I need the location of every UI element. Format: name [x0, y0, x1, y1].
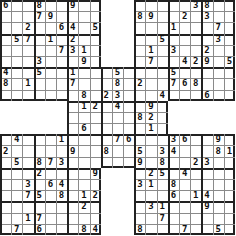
cell-r3-c13[interactable] — [134, 22, 145, 33]
cell-r10-c6 — [56, 101, 67, 112]
cell-r11-c10[interactable] — [101, 112, 112, 123]
cell-r4-c4[interactable] — [34, 34, 45, 45]
cell-r16-c3[interactable] — [22, 168, 33, 179]
cell-r5-c13[interactable] — [134, 45, 145, 56]
cell-r12-c9[interactable] — [90, 123, 101, 134]
given-digit-r2-c13: 8 — [134, 11, 145, 22]
cell-r14-c2[interactable] — [11, 145, 22, 156]
cell-r5-c15[interactable] — [157, 45, 168, 56]
cell-r20-c13[interactable] — [134, 213, 145, 224]
cell-r2-c7[interactable] — [67, 11, 78, 22]
cell-r13-c3[interactable] — [22, 134, 33, 145]
given-digit-r14-c15: 3 — [157, 145, 168, 156]
cell-r7-c10[interactable] — [101, 67, 112, 78]
cell-r17-c4[interactable] — [34, 179, 45, 190]
cell-r7-c14[interactable] — [145, 67, 156, 78]
cell-r16-c5[interactable] — [45, 168, 56, 179]
cell-r17-c19[interactable] — [201, 179, 212, 190]
cell-r19-c6[interactable] — [56, 201, 67, 212]
cell-r19-c3[interactable] — [22, 201, 33, 212]
cell-r13-c4[interactable] — [34, 134, 45, 145]
cell-r1-c16[interactable] — [168, 0, 179, 11]
given-digit-r10-c8: 1 — [78, 101, 89, 112]
cell-r7-c17[interactable] — [179, 67, 190, 78]
cell-r10-c10[interactable] — [101, 101, 112, 112]
cell-r16-c7[interactable] — [67, 168, 78, 179]
cell-r9-c13[interactable] — [134, 90, 145, 101]
cell-r1-c6[interactable] — [56, 0, 67, 11]
cell-r8-c4[interactable] — [34, 78, 45, 89]
cell-r18-c2[interactable] — [11, 190, 22, 201]
cell-r1-c9[interactable] — [90, 0, 101, 11]
cell-r11-c8[interactable] — [78, 112, 89, 123]
cell-r15-c20[interactable] — [213, 157, 224, 168]
cell-r15-c12[interactable] — [123, 157, 134, 168]
cell-r13-c5[interactable] — [45, 134, 56, 145]
cell-r10-c15[interactable] — [157, 101, 168, 112]
cell-r19-c18[interactable] — [190, 201, 201, 212]
cell-r3-c10 — [101, 22, 112, 33]
cell-r4-c13[interactable] — [134, 34, 145, 45]
cell-r18-c21[interactable] — [224, 190, 235, 201]
cell-r1-c14[interactable] — [145, 0, 156, 11]
cell-r9-c2[interactable] — [11, 90, 22, 101]
cell-r21-c6[interactable] — [56, 224, 67, 235]
cell-r19-c16[interactable] — [168, 201, 179, 212]
cell-r9-c12[interactable] — [123, 90, 134, 101]
cell-r6-c20[interactable] — [213, 56, 224, 67]
cell-r20-c8[interactable] — [78, 213, 89, 224]
cell-r21-c12 — [123, 224, 134, 235]
cell-r11-c11[interactable] — [112, 112, 123, 123]
cell-r7-c12[interactable] — [123, 67, 134, 78]
cell-r17-c2[interactable] — [11, 179, 22, 190]
cell-r5-c1[interactable] — [0, 45, 11, 56]
cell-r8-c21[interactable] — [224, 78, 235, 89]
cell-r14-c6[interactable] — [56, 145, 67, 156]
cell-r4-c21[interactable] — [224, 34, 235, 45]
given-digit-r21-c20: 5 — [213, 224, 224, 235]
cell-r11-c4 — [34, 112, 45, 123]
cell-r11-c7[interactable] — [67, 112, 78, 123]
cell-r12-c7[interactable] — [67, 123, 78, 134]
cell-r3-c18[interactable] — [190, 22, 201, 33]
cell-r14-c17[interactable] — [179, 145, 190, 156]
cell-r9-c7[interactable] — [67, 90, 78, 101]
cell-r12-c10[interactable] — [101, 123, 112, 134]
cell-r18-c14[interactable] — [145, 190, 156, 201]
cell-r1-c13[interactable] — [134, 0, 145, 11]
samurai-sudoku-page: 6893879892326451757125373113239742954515… — [0, 0, 236, 236]
cell-r4-c8[interactable] — [78, 34, 89, 45]
cell-r1-c8[interactable] — [78, 0, 89, 11]
cell-r15-c16[interactable] — [168, 157, 179, 168]
given-digit-r17-c3: 3 — [22, 179, 33, 190]
cell-r9-c4[interactable] — [34, 90, 45, 101]
cell-r21-c19[interactable] — [201, 224, 212, 235]
cell-r18-c10 — [101, 190, 112, 201]
cell-r13-c15[interactable] — [157, 134, 168, 145]
cell-r18-c5[interactable] — [45, 190, 56, 201]
given-digit-r5-c8: 1 — [78, 45, 89, 56]
cell-r14-c11[interactable] — [112, 145, 123, 156]
cell-r5-c18[interactable] — [190, 45, 201, 56]
cell-r13-c14[interactable] — [145, 134, 156, 145]
cell-r20-c7[interactable] — [67, 213, 78, 224]
cell-r2-c3[interactable] — [22, 11, 33, 22]
cell-r21-c5[interactable] — [45, 224, 56, 235]
cell-r21-c1[interactable] — [0, 224, 11, 235]
cell-r3-c21[interactable] — [224, 22, 235, 33]
cell-r18-c1[interactable] — [0, 190, 11, 201]
cell-r18-c15[interactable] — [157, 190, 168, 201]
cell-r2-c20[interactable] — [213, 11, 224, 22]
cell-r14-c3[interactable] — [22, 145, 33, 156]
cell-r14-c8[interactable] — [78, 145, 89, 156]
given-digit-r8-c7: 7 — [67, 78, 78, 89]
cell-r1-c3[interactable] — [22, 0, 33, 11]
cell-r7-c19[interactable] — [201, 67, 212, 78]
cell-r8-c9[interactable] — [90, 78, 101, 89]
cell-r3-c15[interactable] — [157, 22, 168, 33]
cell-r19-c2[interactable] — [11, 201, 22, 212]
cell-r5-c20[interactable] — [213, 45, 224, 56]
cell-r7-c18[interactable] — [190, 67, 201, 78]
cell-r20-c20[interactable] — [213, 213, 224, 224]
given-digit-r8-c16: 7 — [168, 78, 179, 89]
cell-r16-c21[interactable] — [224, 168, 235, 179]
cell-r16-c13[interactable] — [134, 168, 145, 179]
given-digit-r9-c19: 6 — [201, 90, 212, 101]
cell-r7-c13[interactable] — [134, 67, 145, 78]
cell-r4-c1[interactable] — [0, 34, 11, 45]
cell-r6-c10 — [101, 56, 112, 67]
cell-r16-c20[interactable] — [213, 168, 224, 179]
cell-r19-c11 — [112, 201, 123, 212]
cell-r7-c3[interactable] — [22, 67, 33, 78]
given-digit-r6-c14: 7 — [145, 56, 156, 67]
cell-r2-c12 — [123, 11, 134, 22]
cell-r3-c4[interactable] — [34, 22, 45, 33]
cell-r9-c5[interactable] — [45, 90, 56, 101]
cell-r20-c5[interactable] — [45, 213, 56, 224]
cell-r8-c5[interactable] — [45, 78, 56, 89]
cell-r9-c21[interactable] — [224, 90, 235, 101]
cell-r11-c15[interactable] — [157, 112, 168, 123]
cell-r18-c17[interactable] — [179, 190, 190, 201]
cell-r17-c9[interactable] — [90, 179, 101, 190]
cell-r19-c1[interactable] — [0, 201, 11, 212]
given-digit-r20-c4: 7 — [34, 213, 45, 224]
given-digit-r15-c13: 9 — [134, 157, 145, 168]
cell-r6-c2[interactable] — [11, 56, 22, 67]
cell-r20-c18[interactable] — [190, 213, 201, 224]
cell-r11-c17 — [179, 112, 190, 123]
cell-r21-c16[interactable] — [168, 224, 179, 235]
given-digit-r18-c8: 1 — [78, 190, 89, 201]
cell-r10-c3 — [22, 101, 33, 112]
cell-r12-c18 — [190, 123, 201, 134]
cell-r1-c15[interactable] — [157, 0, 168, 11]
cell-r12-c16 — [168, 123, 179, 134]
cell-r17-c21[interactable] — [224, 179, 235, 190]
cell-r12-c2 — [11, 123, 22, 134]
cell-r16-c8[interactable] — [78, 168, 89, 179]
cell-r12-c20 — [213, 123, 224, 134]
cell-r13-c10[interactable] — [101, 134, 112, 145]
cell-r17-c1[interactable] — [0, 179, 11, 190]
cell-r4-c6[interactable] — [56, 34, 67, 45]
cell-r7-c20[interactable] — [213, 67, 224, 78]
cell-r2-c1[interactable] — [0, 11, 11, 22]
cell-r8-c8[interactable] — [78, 78, 89, 89]
cell-r9-c9[interactable] — [90, 90, 101, 101]
cell-r7-c8[interactable] — [78, 67, 89, 78]
cell-r7-c2[interactable] — [11, 67, 22, 78]
cell-r15-c10[interactable] — [101, 157, 112, 168]
cell-r8-c10[interactable] — [101, 78, 112, 89]
cell-r15-c21[interactable] — [224, 157, 235, 168]
cell-r16-c1[interactable] — [0, 168, 11, 179]
cell-r5-c4[interactable] — [34, 45, 45, 56]
cell-r6-c7[interactable] — [67, 56, 78, 67]
cell-r19-c20[interactable] — [213, 201, 224, 212]
cell-r18-c20[interactable] — [213, 190, 224, 201]
cell-r3-c12 — [123, 22, 134, 33]
given-digit-r9-c11: 3 — [112, 90, 123, 101]
cell-r15-c3[interactable] — [22, 157, 33, 168]
cell-r14-c19[interactable] — [201, 145, 212, 156]
given-digit-r13-c2: 4 — [11, 134, 22, 145]
cell-r4-c14[interactable] — [145, 34, 156, 45]
cell-r16-c12 — [123, 168, 134, 179]
cell-r20-c16[interactable] — [168, 213, 179, 224]
cell-r21-c18[interactable] — [190, 224, 201, 235]
cell-r7-c21[interactable] — [224, 67, 235, 78]
cell-r13-c1[interactable] — [0, 134, 11, 145]
given-digit-r15-c5: 7 — [45, 157, 56, 168]
cell-r20-c14[interactable] — [145, 213, 156, 224]
cell-r19-c17[interactable] — [179, 201, 190, 212]
cell-r7-c6[interactable] — [56, 67, 67, 78]
cell-r6-c15[interactable] — [157, 56, 168, 67]
cell-r20-c2[interactable] — [11, 213, 22, 224]
cell-r20-c17[interactable] — [179, 213, 190, 224]
cell-r19-c21[interactable] — [224, 201, 235, 212]
cell-r17-c18[interactable] — [190, 179, 201, 190]
cell-r13-c19[interactable] — [201, 134, 212, 145]
cell-r2-c16[interactable] — [168, 11, 179, 22]
cell-r6-c9[interactable] — [90, 56, 101, 67]
cell-r5-c5[interactable] — [45, 45, 56, 56]
cell-r3-c17[interactable] — [179, 22, 190, 33]
cell-r1-c17[interactable] — [179, 0, 190, 11]
cell-r1-c20[interactable] — [213, 0, 224, 11]
cell-r4-c16[interactable] — [168, 34, 179, 45]
cell-r9-c16[interactable] — [168, 90, 179, 101]
cell-r2-c6[interactable] — [56, 11, 67, 22]
cell-r17-c17[interactable] — [179, 179, 190, 190]
cell-r11-c21 — [224, 112, 235, 123]
cell-r6-c16[interactable] — [168, 56, 179, 67]
cell-r15-c9[interactable] — [90, 157, 101, 168]
cell-r17-c7[interactable] — [67, 179, 78, 190]
cell-r20-c6[interactable] — [56, 213, 67, 224]
cell-r14-c18[interactable] — [190, 145, 201, 156]
cell-r6-c13[interactable] — [134, 56, 145, 67]
given-digit-r1-c19: 8 — [201, 0, 212, 11]
cell-r9-c6[interactable] — [56, 90, 67, 101]
given-digit-r20-c15: 7 — [157, 213, 168, 224]
cell-r20-c9[interactable] — [90, 213, 101, 224]
cell-r15-c14[interactable] — [145, 157, 156, 168]
cell-r1-c21[interactable] — [224, 0, 235, 11]
cell-r8-c6[interactable] — [56, 78, 67, 89]
cell-r19-c9[interactable] — [90, 201, 101, 212]
cell-r21-c15[interactable] — [157, 224, 168, 235]
cell-r12-c19 — [201, 123, 212, 134]
cell-r5-c9[interactable] — [90, 45, 101, 56]
cell-r19-c7[interactable] — [67, 201, 78, 212]
cell-r15-c7[interactable] — [67, 157, 78, 168]
cell-r15-c17[interactable] — [179, 157, 190, 168]
cell-r8-c2[interactable] — [11, 78, 22, 89]
cell-r21-c7[interactable] — [67, 224, 78, 235]
cell-r15-c11[interactable] — [112, 157, 123, 168]
cell-r3-c19[interactable] — [201, 22, 212, 33]
given-digit-r8-c3: 1 — [22, 78, 33, 89]
cell-r4-c9[interactable] — [90, 34, 101, 45]
cell-r17-c8[interactable] — [78, 179, 89, 190]
cell-r3-c8[interactable] — [78, 22, 89, 33]
cell-r10-c18 — [190, 101, 201, 112]
given-digit-r4-c5: 1 — [45, 34, 56, 45]
cell-r21-c3[interactable] — [22, 224, 33, 235]
cell-r8-c19[interactable] — [201, 78, 212, 89]
cell-r5-c3[interactable] — [22, 45, 33, 56]
cell-r4-c18[interactable] — [190, 34, 201, 45]
cell-r21-c21[interactable] — [224, 224, 235, 235]
cell-r20-c19[interactable] — [201, 213, 212, 224]
cell-r14-c14[interactable] — [145, 145, 156, 156]
cell-r3-c2[interactable] — [11, 22, 22, 33]
given-digit-r7-c16: 5 — [168, 67, 179, 78]
given-digit-r6-c21: 5 — [224, 56, 235, 67]
cell-r1-c2[interactable] — [11, 0, 22, 11]
cell-r15-c1[interactable] — [0, 157, 11, 168]
cell-r2-c8[interactable] — [78, 11, 89, 22]
cell-r5-c21[interactable] — [224, 45, 235, 56]
cell-r6-c5[interactable] — [45, 56, 56, 67]
cell-r4-c19[interactable] — [201, 34, 212, 45]
cell-r8-c20[interactable] — [213, 78, 224, 89]
cell-r8-c15[interactable] — [157, 78, 168, 89]
cell-r5-c17[interactable] — [179, 45, 190, 56]
cell-r12-c11[interactable] — [112, 123, 123, 134]
cell-r11-c12[interactable] — [123, 112, 134, 123]
cell-r8-c14[interactable] — [145, 78, 156, 89]
given-digit-r8-c17: 6 — [179, 78, 190, 89]
cell-r16-c10 — [101, 168, 112, 179]
cell-r13-c7[interactable] — [67, 134, 78, 145]
cell-r2-c18[interactable] — [190, 11, 201, 22]
cell-r19-c5[interactable] — [45, 201, 56, 212]
given-digit-r6-c19: 9 — [201, 56, 212, 67]
cell-r3-c5[interactable] — [45, 22, 56, 33]
cell-r13-c21[interactable] — [224, 134, 235, 145]
cell-r10-c7[interactable] — [67, 101, 78, 112]
cell-r9-c3[interactable] — [22, 90, 33, 101]
given-digit-r8-c1: 8 — [0, 78, 11, 89]
cell-r19-c13[interactable] — [134, 201, 145, 212]
cell-r2-c2[interactable] — [11, 11, 22, 22]
cell-r12-c12[interactable] — [123, 123, 134, 134]
cell-r20-c1[interactable] — [0, 213, 11, 224]
cell-r9-c1[interactable] — [0, 90, 11, 101]
cell-r18-c11 — [112, 190, 123, 201]
cell-r18-c7[interactable] — [67, 190, 78, 201]
cell-r10-c12[interactable] — [123, 101, 134, 112]
cell-r9-c17[interactable] — [179, 90, 190, 101]
cell-r7-c15[interactable] — [157, 67, 168, 78]
cell-r9-c18[interactable] — [190, 90, 201, 101]
cell-r16-c19[interactable] — [201, 168, 212, 179]
given-digit-r5-c16: 3 — [168, 45, 179, 56]
cell-r18-c13[interactable] — [134, 190, 145, 201]
cell-r10-c13[interactable] — [134, 101, 145, 112]
cell-r1-c5[interactable] — [45, 0, 56, 11]
cell-r11-c9[interactable] — [90, 112, 101, 123]
cell-r9-c14[interactable] — [145, 90, 156, 101]
cell-r6-c6[interactable] — [56, 56, 67, 67]
cell-r13-c9[interactable] — [90, 134, 101, 145]
cell-r6-c1[interactable] — [0, 56, 11, 67]
cell-r16-c2[interactable] — [11, 168, 22, 179]
cell-r2-c21[interactable] — [224, 11, 235, 22]
cell-r14-c9[interactable] — [90, 145, 101, 156]
cell-r2-c15[interactable] — [157, 11, 168, 22]
cell-r14-c12[interactable] — [123, 145, 134, 156]
cell-r13-c18[interactable] — [190, 134, 201, 145]
cell-r14-c4[interactable] — [34, 145, 45, 156]
cell-r3-c14[interactable] — [145, 22, 156, 33]
cell-r15-c8[interactable] — [78, 157, 89, 168]
cell-r7-c9[interactable] — [90, 67, 101, 78]
cell-r5-c2[interactable] — [11, 45, 22, 56]
cell-r20-c21[interactable] — [224, 213, 235, 224]
cell-r16-c6[interactable] — [56, 168, 67, 179]
cell-r16-c16[interactable] — [168, 168, 179, 179]
cell-r14-c5[interactable] — [45, 145, 56, 156]
cell-r17-c20[interactable] — [213, 179, 224, 190]
cell-r21-c14[interactable] — [145, 224, 156, 235]
cell-r13-c13[interactable] — [134, 134, 145, 145]
cell-r13-c8[interactable] — [78, 134, 89, 145]
given-digit-r17-c14: 1 — [145, 179, 156, 190]
cell-r3-c1[interactable] — [0, 22, 11, 33]
cell-r6-c3[interactable] — [22, 56, 33, 67]
cell-r12-c13[interactable] — [134, 123, 145, 134]
cell-r8-c12[interactable] — [123, 78, 134, 89]
cell-r19-c4[interactable] — [34, 201, 45, 212]
cell-r7-c5[interactable] — [45, 67, 56, 78]
cell-r16-c18[interactable] — [190, 168, 201, 179]
cell-r17-c15[interactable] — [157, 179, 168, 190]
cell-r12-c15[interactable] — [157, 123, 168, 134]
cell-r2-c9[interactable] — [90, 11, 101, 22]
cell-r4-c17[interactable] — [179, 34, 190, 45]
cell-r9-c20[interactable] — [213, 90, 224, 101]
